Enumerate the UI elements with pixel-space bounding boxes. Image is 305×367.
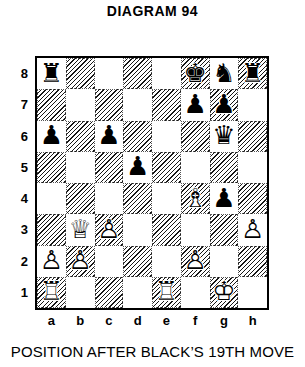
square-g3 <box>210 214 239 245</box>
white-pawn-b2: ♙ <box>68 248 91 274</box>
square-e2 <box>152 246 181 277</box>
square-h8: ♜♜ <box>238 58 267 89</box>
square-c2 <box>95 246 124 277</box>
chess-board: ♜♜♚♚♞♞♜♜♟♟♟♟♟♟♟♟♛♛♟♟♝♗♟♟♛♕♟♙♟♙♟♙♟♙♟♙♜♖♜♖… <box>35 56 269 310</box>
black-pawn-a6: ♟ <box>40 123 63 149</box>
square-a8: ♜♜ <box>37 58 66 89</box>
square-f5 <box>181 152 210 183</box>
black-pawn-d5: ♟ <box>126 154 149 180</box>
square-d4 <box>123 183 152 214</box>
square-b8 <box>66 58 95 89</box>
square-d2 <box>123 246 152 277</box>
rank-label-6: 6 <box>14 121 31 152</box>
square-c1 <box>95 277 124 308</box>
white-pawn-a2: ♙ <box>40 248 63 274</box>
square-d3 <box>123 214 152 245</box>
black-rook-h8: ♜ <box>241 60 264 86</box>
square-f7: ♟♟ <box>181 89 210 120</box>
square-f3 <box>181 214 210 245</box>
square-c6: ♟♟ <box>95 121 124 152</box>
white-king-g1: ♔ <box>212 279 235 305</box>
square-b3: ♛♕ <box>66 214 95 245</box>
square-f4: ♝♗ <box>181 183 210 214</box>
square-e5 <box>152 152 181 183</box>
square-d7 <box>123 89 152 120</box>
black-knight-g8: ♞ <box>212 60 235 86</box>
rank-label-3: 3 <box>14 214 31 245</box>
square-g4: ♟♟ <box>210 183 239 214</box>
white-rook-a1: ♖ <box>40 279 63 305</box>
square-e3 <box>152 214 181 245</box>
file-label-c: c <box>95 313 124 328</box>
file-label-b: b <box>66 313 95 328</box>
square-h6 <box>238 121 267 152</box>
black-rook-a8: ♜ <box>40 60 63 86</box>
rank-label-5: 5 <box>14 152 31 183</box>
file-label-f: f <box>181 313 210 328</box>
square-d6 <box>123 121 152 152</box>
square-e4 <box>152 183 181 214</box>
square-a3 <box>37 214 66 245</box>
square-g1: ♚♔ <box>210 277 239 308</box>
file-label-d: d <box>123 313 152 328</box>
square-g8: ♞♞ <box>210 58 239 89</box>
square-f6 <box>181 121 210 152</box>
square-d5: ♟♟ <box>123 152 152 183</box>
white-bishop-f4: ♗ <box>183 185 206 211</box>
square-c5 <box>95 152 124 183</box>
square-f1 <box>181 277 210 308</box>
white-pawn-h3: ♙ <box>241 216 264 242</box>
square-c7 <box>95 89 124 120</box>
black-pawn-g4: ♟ <box>212 185 235 211</box>
square-g5 <box>210 152 239 183</box>
rank-label-4: 4 <box>14 183 31 214</box>
square-h5 <box>238 152 267 183</box>
square-h3: ♟♙ <box>238 214 267 245</box>
square-d8 <box>123 58 152 89</box>
black-pawn-c6: ♟ <box>97 123 120 149</box>
file-label-e: e <box>152 313 181 328</box>
square-b1 <box>66 277 95 308</box>
file-label-a: a <box>37 313 66 328</box>
black-king-f8: ♚ <box>183 60 206 86</box>
square-b6 <box>66 121 95 152</box>
square-d1 <box>123 277 152 308</box>
rank-label-2: 2 <box>14 246 31 277</box>
square-h7 <box>238 89 267 120</box>
square-a5 <box>37 152 66 183</box>
square-h2 <box>238 246 267 277</box>
square-g2 <box>210 246 239 277</box>
square-h1 <box>238 277 267 308</box>
black-queen-g6: ♛ <box>212 123 235 149</box>
square-e6 <box>152 121 181 152</box>
diagram-page: DIAGRAM 94 87654321 ♜♜♚♚♞♞♜♜♟♟♟♟♟♟♟♟♛♛♟♟… <box>0 0 305 367</box>
square-c3: ♟♙ <box>95 214 124 245</box>
square-a1: ♜♖ <box>37 277 66 308</box>
square-c4 <box>95 183 124 214</box>
diagram-title: DIAGRAM 94 <box>0 3 305 19</box>
rank-label-1: 1 <box>14 277 31 308</box>
square-f8: ♚♚ <box>181 58 210 89</box>
rank-label-7: 7 <box>14 89 31 120</box>
square-a2: ♟♙ <box>37 246 66 277</box>
square-g7: ♟♟ <box>210 89 239 120</box>
square-h4 <box>238 183 267 214</box>
file-labels: abcdefgh <box>37 313 267 328</box>
file-label-h: h <box>238 313 267 328</box>
square-f2: ♟♙ <box>181 246 210 277</box>
file-label-g: g <box>210 313 239 328</box>
square-a4 <box>37 183 66 214</box>
white-queen-b3: ♕ <box>68 216 91 242</box>
position-caption: POSITION AFTER BLACK’S 19TH MOVE <box>0 343 305 360</box>
black-pawn-f7: ♟ <box>183 91 206 117</box>
square-e7 <box>152 89 181 120</box>
rank-labels: 87654321 <box>14 58 31 308</box>
square-a7 <box>37 89 66 120</box>
square-e8 <box>152 58 181 89</box>
square-b7 <box>66 89 95 120</box>
rank-label-8: 8 <box>14 58 31 89</box>
white-rook-e1: ♖ <box>155 279 178 305</box>
white-pawn-c3: ♙ <box>97 216 120 242</box>
white-pawn-f2: ♙ <box>183 248 206 274</box>
square-b2: ♟♙ <box>66 246 95 277</box>
square-b5 <box>66 152 95 183</box>
square-a6: ♟♟ <box>37 121 66 152</box>
square-c8 <box>95 58 124 89</box>
square-b4 <box>66 183 95 214</box>
square-e1: ♜♖ <box>152 277 181 308</box>
black-pawn-g7: ♟ <box>212 91 235 117</box>
square-g6: ♛♛ <box>210 121 239 152</box>
